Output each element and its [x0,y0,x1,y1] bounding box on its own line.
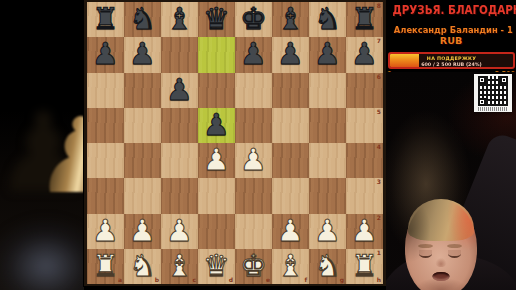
file-label: d [229,277,233,283]
square-b7[interactable]: ♟ [124,37,161,72]
black-pawn-g7[interactable]: ♟ [314,37,341,71]
black-pawn-b7[interactable]: ♟ [129,37,156,71]
blurred-foreground [0,216,84,290]
white-king-e1[interactable]: ♚ [240,249,267,283]
square-b2[interactable]: ♟ [124,214,161,249]
square-d8[interactable]: ♛ [198,2,235,37]
square-g5[interactable] [309,108,346,143]
square-f5[interactable] [272,108,309,143]
square-a8[interactable]: ♜ [87,2,124,37]
file-label: b [155,277,159,283]
chess-board: ♜♞♝♛♚♝♞♜8♟♟♟♟♟♟7♟6♟5♟♟43♟♟♟♟♟♟2♜a♞b♝c♛d♚… [84,0,386,286]
square-a1[interactable]: ♜a [87,249,124,284]
square-e5[interactable] [235,108,272,143]
square-h7[interactable]: ♟7 [346,37,383,72]
square-a2[interactable]: ♟ [87,214,124,249]
square-d5[interactable]: ♟ [198,108,235,143]
file-label: c [192,277,196,283]
square-a7[interactable]: ♟ [87,37,124,72]
square-e6[interactable] [235,73,272,108]
square-d6[interactable] [198,73,235,108]
black-pawn-e7[interactable]: ♟ [240,37,267,71]
square-b8[interactable]: ♞ [124,2,161,37]
square-e4[interactable]: ♟ [235,143,272,178]
square-b3[interactable] [124,178,161,213]
square-c2[interactable]: ♟ [161,214,198,249]
white-knight-g1[interactable]: ♞ [314,249,341,283]
rank-label: 4 [377,144,381,150]
qr-finder-icon [478,76,486,84]
rank-label: 3 [377,179,381,185]
white-bishop-f1[interactable]: ♝ [277,249,304,283]
square-d4[interactable]: ♟ [198,143,235,178]
black-pawn-c6[interactable]: ♟ [166,73,193,107]
white-rook-a1[interactable]: ♜ [92,249,119,283]
square-h5[interactable]: 5 [346,108,383,143]
donor-line: Александр Баландин - 1 000 [394,24,508,35]
rank-label: 1 [377,250,381,256]
square-f1[interactable]: ♝f [272,249,309,284]
black-rook-h8[interactable]: ♜ [351,2,378,36]
square-g8[interactable]: ♞ [309,2,346,37]
square-d1[interactable]: ♛d [198,249,235,284]
white-pawn-f2[interactable]: ♟ [277,214,304,248]
black-bishop-f8[interactable]: ♝ [277,2,304,36]
black-bishop-c8[interactable]: ♝ [166,2,193,36]
black-queen-d8[interactable]: ♛ [203,2,230,36]
square-g3[interactable] [309,178,346,213]
stream-overlay-panel: ДРУЗЬЯ. БЛАГОДАРЮ: Александр Баландин - … [386,0,516,290]
black-rook-a8[interactable]: ♜ [92,2,119,36]
file-label: a [118,277,122,283]
square-a3[interactable] [87,178,124,213]
white-pawn-c2[interactable]: ♟ [166,214,193,248]
square-h1[interactable]: ♜1h [346,249,383,284]
rank-label: 2 [377,215,381,221]
square-g1[interactable]: ♞g [309,249,346,284]
square-c8[interactable]: ♝ [161,2,198,37]
square-e3[interactable] [235,178,272,213]
square-f2[interactable]: ♟ [272,214,309,249]
progress-value: 600 / 2 500 RUB (24%) [421,61,482,67]
square-b4[interactable] [124,143,161,178]
square-b5[interactable] [124,108,161,143]
square-d2[interactable] [198,214,235,249]
square-d3[interactable] [198,178,235,213]
white-pawn-a2[interactable]: ♟ [92,214,119,248]
background-chess-pieces-photo: ♟ ♟ [0,0,84,290]
square-e2[interactable] [235,214,272,249]
rank-label: 8 [377,3,381,9]
qr-finder-icon [478,98,486,106]
file-label: h [377,277,381,283]
qr-finder-icon [500,76,508,84]
white-knight-b1[interactable]: ♞ [129,249,156,283]
black-pawn-d5[interactable]: ♟ [203,108,230,142]
square-g4[interactable] [309,143,346,178]
qr-pattern [478,76,508,106]
square-f6[interactable] [272,73,309,108]
file-label: g [340,277,344,283]
donation-title: ДРУЗЬЯ. БЛАГОДАРЮ: [393,3,510,17]
rim-light [405,200,477,290]
black-knight-g8[interactable]: ♞ [314,2,341,36]
square-c4[interactable] [161,143,198,178]
white-pawn-h2[interactable]: ♟ [351,214,378,248]
board-grid: ♜♞♝♛♚♝♞♜8♟♟♟♟♟♟7♟6♟5♟♟43♟♟♟♟♟♟2♜a♞b♝c♛d♚… [87,2,383,284]
progress-text: НА ПОДДЕРЖКУ 600 / 2 500 RUB (24%) [402,55,500,65]
streamer-head [405,200,477,290]
white-pawn-b2[interactable]: ♟ [129,214,156,248]
square-h4[interactable]: 4 [346,143,383,178]
donor-currency: RUB [386,35,516,46]
donation-progress-bar: НА ПОДДЕРЖКУ 600 / 2 500 RUB (24%) [388,52,515,69]
square-a6[interactable] [87,73,124,108]
qr-caption [478,107,508,111]
square-e8[interactable]: ♚ [235,2,272,37]
square-g6[interactable] [309,73,346,108]
black-pawn-a7[interactable]: ♟ [92,37,119,71]
square-c5[interactable] [161,108,198,143]
rank-label: 6 [377,74,381,80]
square-f3[interactable] [272,178,309,213]
white-pawn-e4[interactable]: ♟ [240,143,267,177]
square-e7[interactable]: ♟ [235,37,272,72]
black-pawn-f7[interactable]: ♟ [277,37,304,71]
square-a4[interactable] [87,143,124,178]
rank-label: 7 [377,38,381,44]
rank-label: 5 [377,109,381,115]
square-f4[interactable] [272,143,309,178]
square-d7[interactable] [198,37,235,72]
black-knight-b8[interactable]: ♞ [129,2,156,36]
square-a5[interactable] [87,108,124,143]
white-queen-d1[interactable]: ♛ [203,249,230,283]
square-c7[interactable] [161,37,198,72]
white-pawn-d4[interactable]: ♟ [203,143,230,177]
black-pawn-h7[interactable]: ♟ [351,37,378,71]
square-h2[interactable]: ♟2 [346,214,383,249]
qr-code [474,74,512,112]
square-h6[interactable]: 6 [346,73,383,108]
white-rook-h1[interactable]: ♜ [351,249,378,283]
square-c6[interactable]: ♟ [161,73,198,108]
white-bishop-c1[interactable]: ♝ [166,249,193,283]
bronze-pawn-icon: ♟ [34,104,84,208]
black-king-e8[interactable]: ♚ [240,2,267,36]
square-b1[interactable]: ♞b [124,249,161,284]
square-c3[interactable] [161,178,198,213]
file-label: e [266,277,270,283]
square-h3[interactable]: 3 [346,178,383,213]
square-c1[interactable]: ♝c [161,249,198,284]
square-g2[interactable]: ♟ [309,214,346,249]
square-b6[interactable] [124,73,161,108]
square-g7[interactable]: ♟ [309,37,346,72]
square-f8[interactable]: ♝ [272,2,309,37]
file-label: f [304,277,307,283]
stream-frame: ♟ ♟ ♜♞♝♛♚♝♞♜8♟♟♟♟♟♟7♟6♟5♟♟43♟♟♟♟♟♟2♜a♞b♝… [0,0,516,290]
square-f7[interactable]: ♟ [272,37,309,72]
square-e1[interactable]: ♚e [235,249,272,284]
square-h8[interactable]: ♜8 [346,2,383,37]
white-pawn-g2[interactable]: ♟ [314,214,341,248]
